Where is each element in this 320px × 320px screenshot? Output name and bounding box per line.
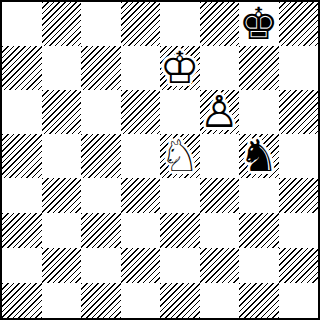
square-h6[interactable] [279,90,319,134]
square-f5[interactable] [200,134,240,178]
square-e1[interactable] [160,283,200,318]
square-a4[interactable] [2,178,42,213]
square-f6[interactable]: ♟♙ [200,90,240,134]
square-g5[interactable]: ♞ [239,134,279,178]
square-d2[interactable] [121,248,161,283]
white-king-outline: ♔ [160,46,199,90]
square-g8[interactable]: ♚ [239,2,279,46]
square-g4[interactable] [239,178,279,213]
square-e7[interactable]: ♚♔ [160,46,200,90]
square-g2[interactable] [239,248,279,283]
square-b6[interactable] [42,90,82,134]
white-pawn-fill: ♟ [200,90,239,134]
square-a2[interactable] [2,248,42,283]
white-king-fill: ♚ [160,46,199,90]
black-knight-glyph: ♞ [239,134,278,178]
square-a6[interactable] [2,90,42,134]
square-e8[interactable] [160,2,200,46]
square-e6[interactable] [160,90,200,134]
square-g3[interactable] [239,213,279,248]
square-h7[interactable] [279,46,319,90]
square-d7[interactable] [121,46,161,90]
square-a7[interactable] [2,46,42,90]
chess-board: ♚♚♔♟♙♞♘♞ [0,0,320,320]
square-e4[interactable] [160,178,200,213]
square-c1[interactable] [81,283,121,318]
square-e2[interactable] [160,248,200,283]
square-b3[interactable] [42,213,82,248]
square-b8[interactable] [42,2,82,46]
square-a5[interactable] [2,134,42,178]
square-c4[interactable] [81,178,121,213]
square-h5[interactable] [279,134,319,178]
black-king-glyph: ♚ [239,2,278,46]
square-b5[interactable] [42,134,82,178]
square-d1[interactable] [121,283,161,318]
square-b7[interactable] [42,46,82,90]
square-a1[interactable] [2,283,42,318]
square-c8[interactable] [81,2,121,46]
white-knight-outline: ♘ [160,134,199,178]
square-c5[interactable] [81,134,121,178]
square-f8[interactable] [200,2,240,46]
square-g1[interactable] [239,283,279,318]
square-f2[interactable] [200,248,240,283]
square-g7[interactable] [239,46,279,90]
square-f1[interactable] [200,283,240,318]
square-d6[interactable] [121,90,161,134]
square-f7[interactable] [200,46,240,90]
white-knight-fill: ♞ [160,134,199,178]
white-pawn-f6: ♟♙ [200,90,240,134]
black-king-g8: ♚ [239,2,279,46]
square-h8[interactable] [279,2,319,46]
square-a3[interactable] [2,213,42,248]
square-e5[interactable]: ♞♘ [160,134,200,178]
square-c3[interactable] [81,213,121,248]
square-d4[interactable] [121,178,161,213]
black-knight-g5: ♞ [239,134,279,178]
square-h2[interactable] [279,248,319,283]
square-c2[interactable] [81,248,121,283]
white-pawn-outline: ♙ [200,90,239,134]
square-f4[interactable] [200,178,240,213]
square-e3[interactable] [160,213,200,248]
square-g6[interactable] [239,90,279,134]
square-c7[interactable] [81,46,121,90]
square-f3[interactable] [200,213,240,248]
square-d5[interactable] [121,134,161,178]
square-d8[interactable] [121,2,161,46]
square-a8[interactable] [2,2,42,46]
square-b1[interactable] [42,283,82,318]
white-knight-e5: ♞♘ [160,134,200,178]
square-h4[interactable] [279,178,319,213]
square-h3[interactable] [279,213,319,248]
square-b4[interactable] [42,178,82,213]
square-c6[interactable] [81,90,121,134]
white-king-e7: ♚♔ [160,46,200,90]
square-h1[interactable] [279,283,319,318]
square-b2[interactable] [42,248,82,283]
square-d3[interactable] [121,213,161,248]
